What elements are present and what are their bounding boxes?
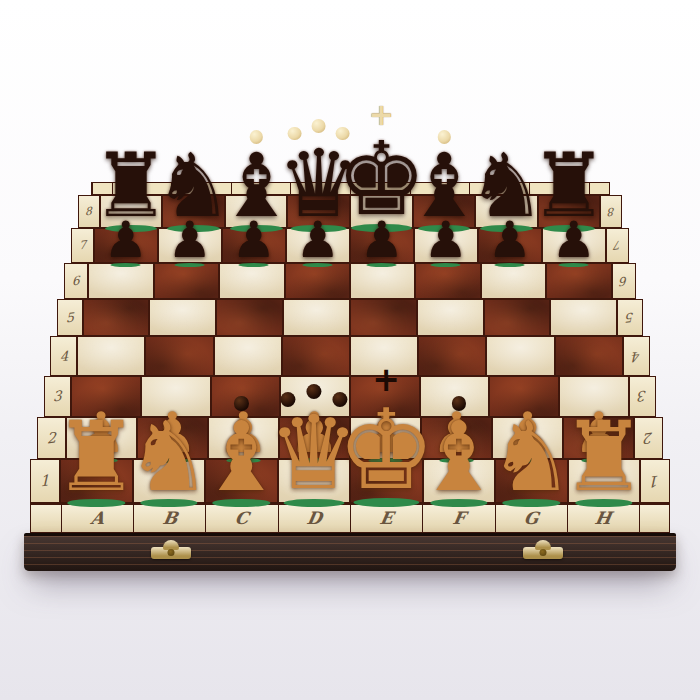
piece-black-pawn-a7[interactable]: ♟ xyxy=(99,206,152,265)
square-f5[interactable] xyxy=(417,299,484,337)
finial-cross xyxy=(369,100,394,130)
piece-glyph: ♟ xyxy=(104,215,149,265)
square-d4[interactable] xyxy=(282,336,350,375)
rank-label-text: 5 xyxy=(66,309,74,325)
rank-row-5: 55 xyxy=(57,299,643,337)
rank-label-left-5: 5 xyxy=(57,299,82,337)
board-front-edge xyxy=(24,533,676,571)
rank-label-left-4: 4 xyxy=(50,336,77,375)
square-g4[interactable] xyxy=(486,336,554,375)
finial-crown-ball xyxy=(288,127,302,141)
square-d7[interactable]: ♟ xyxy=(286,228,350,263)
square-d5[interactable] xyxy=(283,299,350,337)
piece-white-rook-h1[interactable]: ♜ xyxy=(553,392,655,505)
rank-label-text: 6 xyxy=(72,273,80,288)
square-a4[interactable] xyxy=(77,336,145,375)
piece-black-pawn-d7[interactable]: ♟ xyxy=(291,206,344,265)
piece-black-pawn-b7[interactable]: ♟ xyxy=(163,206,216,265)
rank-label-text: 7 xyxy=(614,238,622,253)
piece-black-pawn-e7[interactable]: ♟ xyxy=(355,206,408,265)
piece-glyph: ♟ xyxy=(360,215,405,265)
rank-label-right-6: 6 xyxy=(612,263,636,299)
rank-label-text: 4 xyxy=(632,348,641,364)
brass-clasp-right xyxy=(523,547,563,559)
rank-label-text: 4 xyxy=(59,348,68,364)
piece-black-pawn-c7[interactable]: ♟ xyxy=(227,206,280,265)
brass-clasp-left xyxy=(151,547,191,559)
square-h1[interactable]: ♜ xyxy=(568,459,641,503)
square-c4[interactable] xyxy=(214,336,282,375)
rank-label-text: 6 xyxy=(620,273,628,288)
square-b7[interactable]: ♟ xyxy=(158,228,222,263)
rank-label-text: 5 xyxy=(626,309,634,325)
square-b5[interactable] xyxy=(149,299,216,337)
piece-glyph: ♟ xyxy=(488,215,533,265)
square-a7[interactable]: ♟ xyxy=(94,228,158,263)
square-g5[interactable] xyxy=(484,299,551,337)
square-g7[interactable]: ♟ xyxy=(478,228,542,263)
square-h7[interactable]: ♟ xyxy=(542,228,606,263)
chess-board: 8♜♞♝♛♚♝♞♜87♟♟♟♟♟♟♟♟7665544332♟♟♟♟♟♟♟♟21♜… xyxy=(20,182,680,571)
square-c5[interactable] xyxy=(216,299,283,337)
piece-glyph: ♜ xyxy=(561,409,647,505)
rank-label-right-7: 7 xyxy=(606,228,629,263)
square-c7[interactable]: ♟ xyxy=(222,228,286,263)
piece-glyph: ♟ xyxy=(168,215,213,265)
piece-black-pawn-h7[interactable]: ♟ xyxy=(547,206,600,265)
photo-background: 8♜♞♝♛♚♝♞♜87♟♟♟♟♟♟♟♟7665544332♟♟♟♟♟♟♟♟21♜… xyxy=(0,0,700,700)
square-h5[interactable] xyxy=(550,299,617,337)
piece-glyph: ♟ xyxy=(552,215,597,265)
piece-glyph: ♟ xyxy=(424,215,469,265)
finial-cross xyxy=(372,363,400,396)
square-e5[interactable] xyxy=(350,299,417,337)
finial-crown-ball xyxy=(312,119,326,133)
square-h4[interactable] xyxy=(555,336,623,375)
rank-label-right-5: 5 xyxy=(617,299,642,337)
piece-glyph: ♟ xyxy=(232,215,277,265)
rank-label-right-4: 4 xyxy=(623,336,650,375)
square-f4[interactable] xyxy=(418,336,486,375)
piece-black-pawn-g7[interactable]: ♟ xyxy=(483,206,536,265)
square-a5[interactable] xyxy=(83,299,150,337)
square-f7[interactable]: ♟ xyxy=(414,228,478,263)
square-e7[interactable]: ♟ xyxy=(350,228,414,263)
rank-row-8: 8♜♞♝♛♚♝♞♜8 xyxy=(78,195,623,228)
rank-row-6: 66 xyxy=(64,263,636,299)
rank-row-1: 1♜♞♝♛♚♝♞♜1 xyxy=(30,459,670,503)
piece-glyph: ♟ xyxy=(296,215,341,265)
rank-row-4: 44 xyxy=(50,336,649,375)
piece-black-pawn-f7[interactable]: ♟ xyxy=(419,206,472,265)
square-b4[interactable] xyxy=(145,336,213,375)
rank-label-text: 7 xyxy=(79,238,87,253)
rank-label-left-7: 7 xyxy=(71,228,94,263)
rank-label-left-6: 6 xyxy=(64,263,88,299)
